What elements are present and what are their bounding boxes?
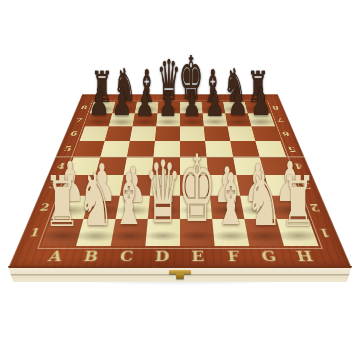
square-b8 (112, 102, 137, 114)
square-b2 (83, 196, 119, 219)
square-f3 (208, 175, 240, 196)
square-d8 (157, 102, 180, 114)
square-e5 (180, 141, 207, 157)
rank-label-7: 7 (276, 117, 285, 123)
rank-label-5: 5 (63, 145, 73, 153)
square-b1 (76, 219, 116, 246)
square-d2 (148, 196, 180, 219)
product-photo-stage: ABCDEFGH 87654321 87654321 ♜♞♝♛♚♝♞♜♟♟♟♟♟… (0, 0, 360, 360)
rank-label-2: 2 (309, 202, 322, 213)
rank-label-5: 5 (287, 145, 297, 153)
square-d1 (145, 219, 180, 246)
square-b4 (95, 157, 126, 175)
square-d6 (155, 126, 180, 140)
square-f7 (203, 113, 228, 126)
square-e2 (180, 196, 212, 219)
square-d7 (156, 113, 180, 126)
square-b3 (90, 175, 124, 196)
square-f1 (212, 219, 249, 246)
square-e4 (180, 157, 208, 175)
rank-label-3: 3 (301, 180, 313, 190)
file-label-b: B (71, 248, 111, 265)
rank-label-1: 1 (28, 226, 42, 239)
file-labels-bottom: ABCDEFGH (34, 246, 327, 267)
rank-label-4: 4 (293, 162, 304, 170)
square-b5 (100, 141, 129, 157)
rank-label-2: 2 (38, 202, 51, 213)
rank-label-7: 7 (75, 117, 84, 123)
square-b6 (105, 126, 133, 140)
square-c7 (132, 113, 157, 126)
file-label-f: F (215, 248, 253, 265)
square-c5 (127, 141, 155, 157)
square-e1 (180, 219, 215, 246)
square-f8 (202, 102, 226, 114)
rank-label-6: 6 (69, 130, 79, 137)
file-label-e: E (180, 248, 216, 265)
square-d4 (152, 157, 180, 175)
rank-label-8: 8 (272, 105, 280, 111)
square-f6 (204, 126, 230, 140)
rank-label-3: 3 (47, 180, 59, 190)
rank-label-6: 6 (281, 130, 291, 137)
square-c1 (111, 219, 148, 246)
square-f2 (210, 196, 244, 219)
chess-board-assembly: ABCDEFGH 87654321 87654321 (9, 94, 352, 267)
square-d5 (153, 141, 180, 157)
file-label-d: D (144, 248, 180, 265)
square-c4 (124, 157, 154, 175)
file-label-g: G (250, 248, 290, 265)
square-c8 (135, 102, 159, 114)
square-e7 (180, 113, 204, 126)
rank-label-4: 4 (56, 162, 67, 170)
square-d3 (150, 175, 180, 196)
square-f5 (205, 141, 233, 157)
square-c6 (130, 126, 156, 140)
brass-clasp (169, 268, 191, 280)
square-e8 (180, 102, 203, 114)
square-f4 (207, 157, 237, 175)
rank-label-1: 1 (318, 226, 332, 239)
file-label-h: H (284, 248, 325, 265)
chess-board: ABCDEFGH 87654321 87654321 (9, 94, 352, 267)
file-label-c: C (107, 248, 145, 265)
square-c3 (120, 175, 152, 196)
rank-label-8: 8 (80, 105, 88, 111)
square-c2 (116, 196, 150, 219)
square-b7 (109, 113, 135, 126)
square-e3 (180, 175, 210, 196)
box-side-panel (8, 266, 352, 282)
square-e6 (180, 126, 205, 140)
clasp-tab-icon (176, 273, 184, 279)
file-label-a: A (34, 248, 75, 265)
